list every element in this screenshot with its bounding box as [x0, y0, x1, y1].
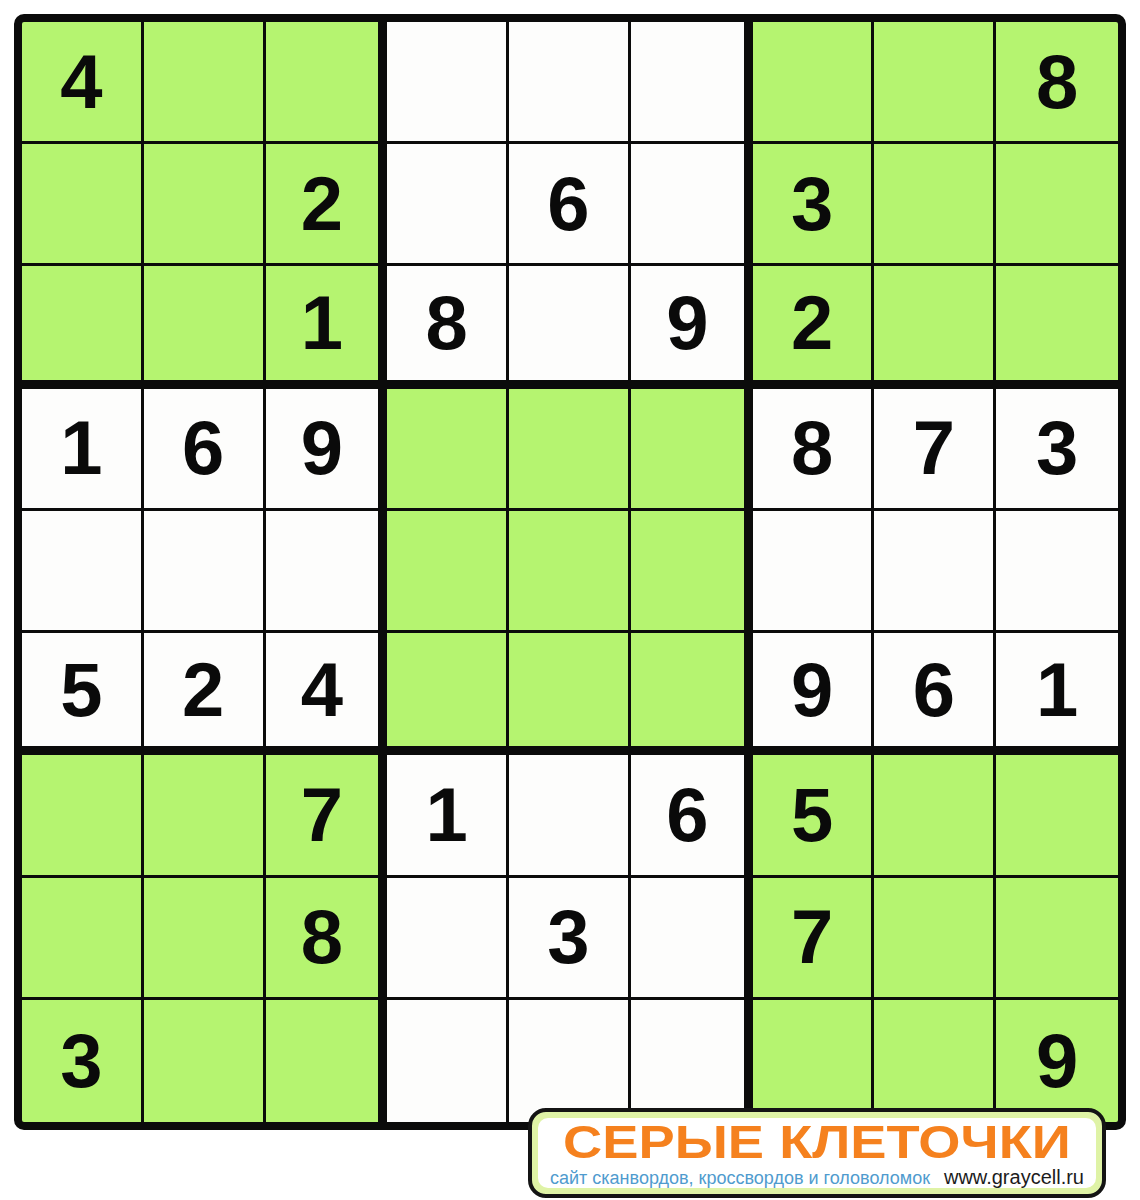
cell-r7c2[interactable] [144, 755, 266, 877]
cell-r7c4[interactable]: 1 [387, 755, 509, 877]
cell-r5c7[interactable] [753, 511, 875, 633]
cell-r6c4[interactable] [387, 633, 509, 755]
cell-r2c4[interactable] [387, 144, 509, 266]
cell-r6c8[interactable]: 6 [874, 633, 996, 755]
cell-r6c1[interactable]: 5 [22, 633, 144, 755]
cell-r1c7[interactable] [753, 22, 875, 144]
cell-r6c3[interactable]: 4 [266, 633, 388, 755]
cell-r2c9[interactable] [996, 144, 1118, 266]
cell-r1c8[interactable] [874, 22, 996, 144]
sudoku-board: 482631892169873524961716583739 [14, 14, 1126, 1130]
logo-title: СЕРЫЕ КЛЕТОЧКИ [538, 1118, 1096, 1166]
cell-r4c3[interactable]: 9 [266, 389, 388, 511]
cell-r3c5[interactable] [509, 266, 631, 388]
logo-url-link[interactable]: www.graycell.ru [944, 1166, 1084, 1188]
cell-r8c7[interactable]: 7 [753, 878, 875, 1000]
cell-r6c7[interactable]: 9 [753, 633, 875, 755]
cell-r9c3[interactable] [266, 1000, 388, 1122]
cell-r7c5[interactable] [509, 755, 631, 877]
logo-bottom-row: сайт сканвордов, кроссвордов и головолом… [550, 1166, 1084, 1188]
cell-r6c5[interactable] [509, 633, 631, 755]
cell-r9c4[interactable] [387, 1000, 509, 1122]
cell-r7c8[interactable] [874, 755, 996, 877]
cell-r8c3[interactable]: 8 [266, 878, 388, 1000]
cell-r9c2[interactable] [144, 1000, 266, 1122]
cell-r9c9[interactable]: 9 [996, 1000, 1118, 1122]
cell-r4c7[interactable]: 8 [753, 389, 875, 511]
cell-r3c6[interactable]: 9 [631, 266, 753, 388]
cell-r5c9[interactable] [996, 511, 1118, 633]
cell-r7c6[interactable]: 6 [631, 755, 753, 877]
cell-r9c8[interactable] [874, 1000, 996, 1122]
cell-r3c9[interactable] [996, 266, 1118, 388]
cell-r5c5[interactable] [509, 511, 631, 633]
cell-r3c4[interactable]: 8 [387, 266, 509, 388]
cell-r1c9[interactable]: 8 [996, 22, 1118, 144]
logo-subtitle: сайт сканвордов, кроссвордов и головолом… [550, 1168, 930, 1188]
cell-r4c4[interactable] [387, 389, 509, 511]
cell-r2c5[interactable]: 6 [509, 144, 631, 266]
cell-r7c7[interactable]: 5 [753, 755, 875, 877]
graycell-logo-inner: СЕРЫЕ КЛЕТОЧКИ сайт сканвордов, кроссвор… [538, 1118, 1096, 1188]
cell-r3c7[interactable]: 2 [753, 266, 875, 388]
cell-r7c1[interactable] [22, 755, 144, 877]
cell-r1c1[interactable]: 4 [22, 22, 144, 144]
cell-r6c2[interactable]: 2 [144, 633, 266, 755]
cell-r2c3[interactable]: 2 [266, 144, 388, 266]
cell-r9c1[interactable]: 3 [22, 1000, 144, 1122]
cell-r5c8[interactable] [874, 511, 996, 633]
cell-r8c8[interactable] [874, 878, 996, 1000]
cell-r8c9[interactable] [996, 878, 1118, 1000]
cell-r1c3[interactable] [266, 22, 388, 144]
cell-r7c3[interactable]: 7 [266, 755, 388, 877]
cell-r4c9[interactable]: 3 [996, 389, 1118, 511]
cell-r1c5[interactable] [509, 22, 631, 144]
cell-r8c6[interactable] [631, 878, 753, 1000]
cell-r9c7[interactable] [753, 1000, 875, 1122]
cell-r8c5[interactable]: 3 [509, 878, 631, 1000]
cell-r9c5[interactable] [509, 1000, 631, 1122]
cell-r5c1[interactable] [22, 511, 144, 633]
cell-r4c1[interactable]: 1 [22, 389, 144, 511]
cell-r6c6[interactable] [631, 633, 753, 755]
cell-r2c8[interactable] [874, 144, 996, 266]
cell-r1c2[interactable] [144, 22, 266, 144]
cell-r2c6[interactable] [631, 144, 753, 266]
cell-r8c1[interactable] [22, 878, 144, 1000]
cell-r7c9[interactable] [996, 755, 1118, 877]
cell-r5c2[interactable] [144, 511, 266, 633]
cell-r9c6[interactable] [631, 1000, 753, 1122]
cell-r3c1[interactable] [22, 266, 144, 388]
cell-r5c4[interactable] [387, 511, 509, 633]
cell-r6c9[interactable]: 1 [996, 633, 1118, 755]
cell-r3c3[interactable]: 1 [266, 266, 388, 388]
cell-r5c3[interactable] [266, 511, 388, 633]
cell-r4c6[interactable] [631, 389, 753, 511]
cell-r8c4[interactable] [387, 878, 509, 1000]
cell-r8c2[interactable] [144, 878, 266, 1000]
cell-r3c2[interactable] [144, 266, 266, 388]
cell-r3c8[interactable] [874, 266, 996, 388]
graycell-logo[interactable]: СЕРЫЕ КЛЕТОЧКИ сайт сканвордов, кроссвор… [528, 1108, 1106, 1198]
cell-r2c2[interactable] [144, 144, 266, 266]
cell-r2c7[interactable]: 3 [753, 144, 875, 266]
cell-r2c1[interactable] [22, 144, 144, 266]
cell-r4c2[interactable]: 6 [144, 389, 266, 511]
cell-r1c6[interactable] [631, 22, 753, 144]
cell-r4c5[interactable] [509, 389, 631, 511]
cell-r5c6[interactable] [631, 511, 753, 633]
cell-r1c4[interactable] [387, 22, 509, 144]
cell-r4c8[interactable]: 7 [874, 389, 996, 511]
